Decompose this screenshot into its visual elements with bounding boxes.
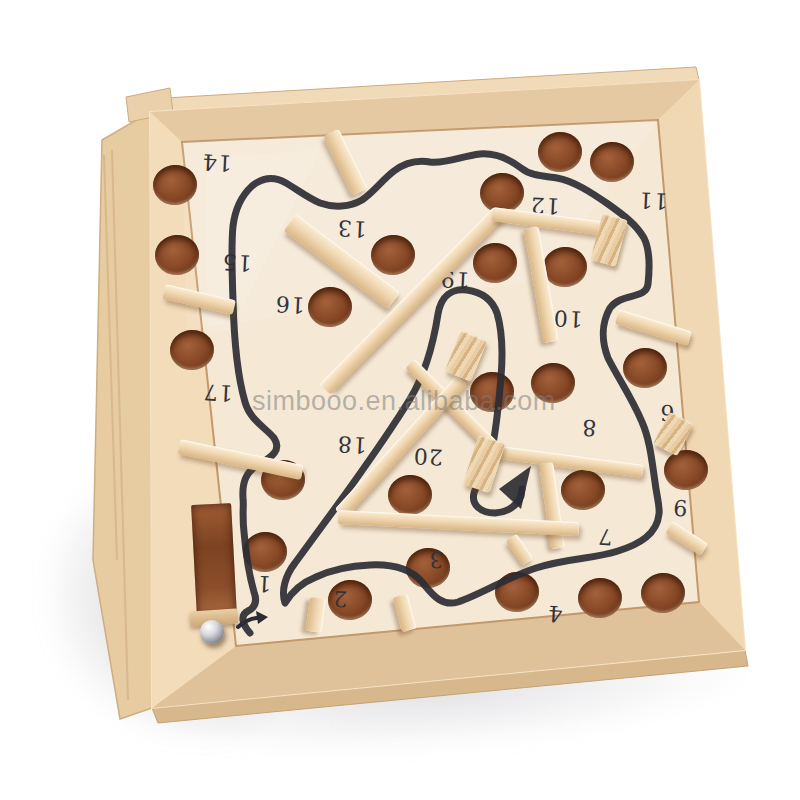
start-arrowhead-icon bbox=[256, 611, 268, 624]
steel-ball bbox=[200, 620, 224, 644]
watermark-text: simbooo.en.alibaba.com bbox=[252, 386, 556, 417]
board-stage: 141312111519161017861820973124 simbooo.e… bbox=[0, 0, 800, 800]
goal-arrowhead-icon bbox=[499, 466, 531, 509]
